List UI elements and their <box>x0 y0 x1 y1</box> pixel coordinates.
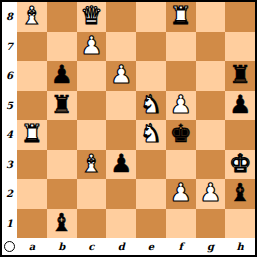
square-f4[interactable]: ♚ <box>166 120 196 150</box>
square-c8[interactable]: ♛ <box>77 2 107 32</box>
square-f1[interactable] <box>166 209 196 239</box>
file-label-h: h <box>225 238 255 255</box>
square-e3[interactable] <box>136 150 166 180</box>
file-label-f: f <box>166 238 196 255</box>
piece-black-bishop[interactable]: ♝ <box>50 210 72 235</box>
piece-black-rook[interactable]: ♜ <box>229 62 251 87</box>
piece-black-pawn[interactable]: ♟ <box>50 62 72 87</box>
square-c7[interactable]: ♟ <box>77 32 107 62</box>
square-f7[interactable] <box>166 32 196 62</box>
square-e2[interactable] <box>136 179 166 209</box>
piece-white-bishop[interactable]: ♝ <box>21 3 43 28</box>
square-g1[interactable] <box>196 209 226 239</box>
square-c2[interactable] <box>77 179 107 209</box>
square-g8[interactable] <box>196 2 226 32</box>
piece-white-knight[interactable]: ♞ <box>140 92 162 117</box>
file-label-c: c <box>77 238 107 255</box>
square-c3[interactable]: ♝ <box>77 150 107 180</box>
piece-white-pawn[interactable]: ♟ <box>80 33 102 58</box>
piece-white-queen[interactable]: ♛ <box>80 3 102 28</box>
square-a4[interactable]: ♜ <box>17 120 47 150</box>
square-e8[interactable] <box>136 2 166 32</box>
square-d7[interactable] <box>106 32 136 62</box>
square-b7[interactable] <box>47 32 77 62</box>
square-g7[interactable] <box>196 32 226 62</box>
square-a3[interactable] <box>17 150 47 180</box>
rank-label-2: 2 <box>2 179 17 209</box>
square-e4[interactable]: ♞ <box>136 120 166 150</box>
square-h4[interactable] <box>225 120 255 150</box>
square-h8[interactable] <box>225 2 255 32</box>
square-c6[interactable] <box>77 61 107 91</box>
square-a7[interactable] <box>17 32 47 62</box>
square-e5[interactable]: ♞ <box>136 91 166 121</box>
square-g2[interactable]: ♟ <box>196 179 226 209</box>
piece-white-bishop[interactable]: ♝ <box>80 151 102 176</box>
file-label-d: d <box>106 238 136 255</box>
square-h7[interactable] <box>225 32 255 62</box>
square-h3[interactable]: ♚ <box>225 150 255 180</box>
square-d3[interactable]: ♟ <box>106 150 136 180</box>
piece-white-pawn[interactable]: ♟ <box>110 62 132 87</box>
file-label-e: e <box>136 238 166 255</box>
square-b4[interactable] <box>47 120 77 150</box>
file-label-b: b <box>47 238 77 255</box>
square-g5[interactable] <box>196 91 226 121</box>
square-h2[interactable]: ♝ <box>225 179 255 209</box>
square-f3[interactable] <box>166 150 196 180</box>
square-a2[interactable] <box>17 179 47 209</box>
piece-white-pawn[interactable]: ♟ <box>169 180 191 205</box>
square-h6[interactable]: ♜ <box>225 61 255 91</box>
piece-black-pawn[interactable]: ♟ <box>229 92 251 117</box>
square-g3[interactable] <box>196 150 226 180</box>
chess-diagram: 8♝♛♜7♟6♟♟♜5♜♞♟♟4♜♞♚3♝♟♚2♟♟♝1♝abcdefgh <box>0 0 257 257</box>
square-a5[interactable] <box>17 91 47 121</box>
piece-black-pawn[interactable]: ♟ <box>110 151 132 176</box>
square-d5[interactable] <box>106 91 136 121</box>
square-b2[interactable] <box>47 179 77 209</box>
piece-black-bishop[interactable]: ♝ <box>229 180 251 205</box>
piece-white-knight[interactable]: ♞ <box>140 121 162 146</box>
piece-black-rook[interactable]: ♜ <box>50 92 72 117</box>
square-a8[interactable]: ♝ <box>17 2 47 32</box>
rank-label-7: 7 <box>2 32 17 62</box>
rank-label-1: 1 <box>2 209 17 239</box>
square-h5[interactable]: ♟ <box>225 91 255 121</box>
square-b6[interactable]: ♟ <box>47 61 77 91</box>
square-a6[interactable] <box>17 61 47 91</box>
rank-label-4: 4 <box>2 120 17 150</box>
file-label-a: a <box>17 238 47 255</box>
piece-white-king[interactable]: ♚ <box>229 151 251 176</box>
piece-white-pawn[interactable]: ♟ <box>169 92 191 117</box>
piece-white-pawn[interactable]: ♟ <box>199 180 221 205</box>
square-e1[interactable] <box>136 209 166 239</box>
square-d1[interactable] <box>106 209 136 239</box>
square-d8[interactable] <box>106 2 136 32</box>
square-d6[interactable]: ♟ <box>106 61 136 91</box>
square-h1[interactable] <box>225 209 255 239</box>
square-f2[interactable]: ♟ <box>166 179 196 209</box>
chess-board: 8♝♛♜7♟6♟♟♜5♜♞♟♟4♜♞♚3♝♟♚2♟♟♝1♝abcdefgh <box>2 2 255 255</box>
piece-black-king[interactable]: ♚ <box>169 121 191 146</box>
square-c1[interactable] <box>77 209 107 239</box>
square-b8[interactable] <box>47 2 77 32</box>
square-e6[interactable] <box>136 61 166 91</box>
square-d4[interactable] <box>106 120 136 150</box>
square-c5[interactable] <box>77 91 107 121</box>
white-to-move-indicator-icon <box>4 241 15 252</box>
rank-label-8: 8 <box>2 2 17 32</box>
square-f8[interactable]: ♜ <box>166 2 196 32</box>
square-g4[interactable] <box>196 120 226 150</box>
square-b3[interactable] <box>47 150 77 180</box>
rank-label-3: 3 <box>2 150 17 180</box>
square-c4[interactable] <box>77 120 107 150</box>
corner-cell <box>2 238 17 255</box>
rank-label-6: 6 <box>2 61 17 91</box>
file-label-g: g <box>196 238 226 255</box>
piece-white-rook[interactable]: ♜ <box>21 121 43 146</box>
square-d2[interactable] <box>106 179 136 209</box>
square-g6[interactable] <box>196 61 226 91</box>
piece-white-rook[interactable]: ♜ <box>169 3 191 28</box>
square-b5[interactable]: ♜ <box>47 91 77 121</box>
square-f6[interactable] <box>166 61 196 91</box>
rank-label-5: 5 <box>2 91 17 121</box>
square-f5[interactable]: ♟ <box>166 91 196 121</box>
square-a1[interactable] <box>17 209 47 239</box>
square-e7[interactable] <box>136 32 166 62</box>
square-b1[interactable]: ♝ <box>47 209 77 239</box>
